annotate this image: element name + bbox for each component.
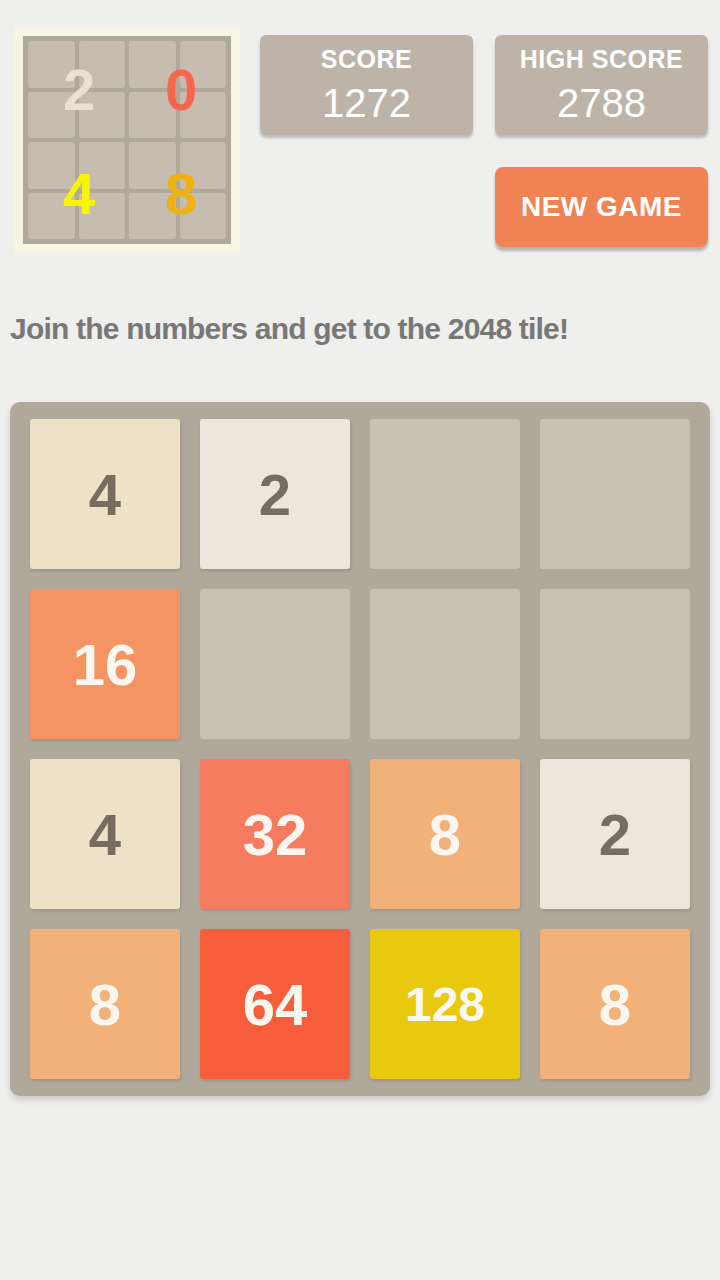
score-value: 1272	[322, 81, 411, 126]
board-cell-r3c2: 128	[370, 929, 520, 1079]
board-cell-r2c1: 32	[200, 759, 350, 909]
board-cell-r2c3: 2	[540, 759, 690, 909]
score-label: SCORE	[321, 45, 412, 74]
board-cell-r2c2: 8	[370, 759, 520, 909]
app-logo: 2 0 4 8	[14, 27, 240, 253]
board-cell-r1c2	[370, 589, 520, 739]
app-root: 2 0 4 8 SCORE 1272 HIGH SCORE 2788 NEW G…	[0, 0, 720, 1280]
board-cell-r0c2	[370, 419, 520, 569]
board-cell-r1c3	[540, 589, 690, 739]
logo-digit-4: 4	[63, 165, 95, 223]
logo-digit-2: 2	[63, 61, 95, 119]
score-box: SCORE 1272	[260, 35, 473, 135]
board-cell-r2c0: 4	[30, 759, 180, 909]
game-board[interactable]: 4 2 16 4 32 8 2 8 64 128 8	[10, 402, 710, 1096]
board-cell-r0c3	[540, 419, 690, 569]
high-score-value: 2788	[557, 81, 646, 126]
new-game-button[interactable]: NEW GAME	[495, 167, 708, 247]
board-cell-r0c0: 4	[30, 419, 180, 569]
logo-digit-0: 0	[165, 61, 197, 119]
logo-digit-8: 8	[165, 165, 197, 223]
board-cell-r3c3: 8	[540, 929, 690, 1079]
high-score-label: HIGH SCORE	[520, 45, 683, 74]
board-cell-r1c0: 16	[30, 589, 180, 739]
tagline: Join the numbers and get to the 2048 til…	[10, 312, 715, 346]
logo-mini-board: 2 0 4 8	[23, 36, 231, 244]
board-cell-r3c0: 8	[30, 929, 180, 1079]
board-cell-r1c1	[200, 589, 350, 739]
board-cell-r3c1: 64	[200, 929, 350, 1079]
high-score-box: HIGH SCORE 2788	[495, 35, 708, 135]
board-cell-r0c1: 2	[200, 419, 350, 569]
